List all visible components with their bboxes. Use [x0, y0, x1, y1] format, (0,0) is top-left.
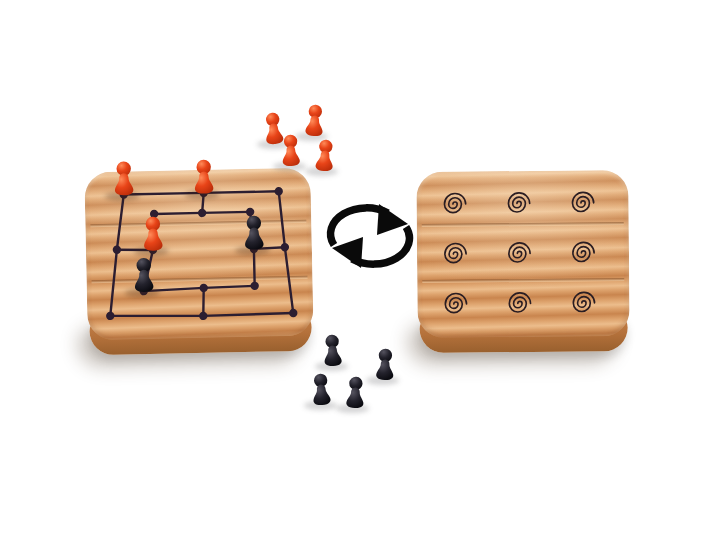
product-photo-scene — [0, 0, 720, 540]
reserve-pieces-layer — [0, 0, 720, 540]
black-peg[interactable] — [342, 374, 369, 410]
black-peg[interactable] — [372, 347, 398, 383]
black-peg[interactable] — [307, 371, 334, 408]
red-peg[interactable] — [301, 102, 328, 139]
red-peg[interactable] — [311, 137, 339, 174]
black-peg[interactable] — [319, 332, 346, 368]
red-peg[interactable] — [277, 133, 303, 169]
